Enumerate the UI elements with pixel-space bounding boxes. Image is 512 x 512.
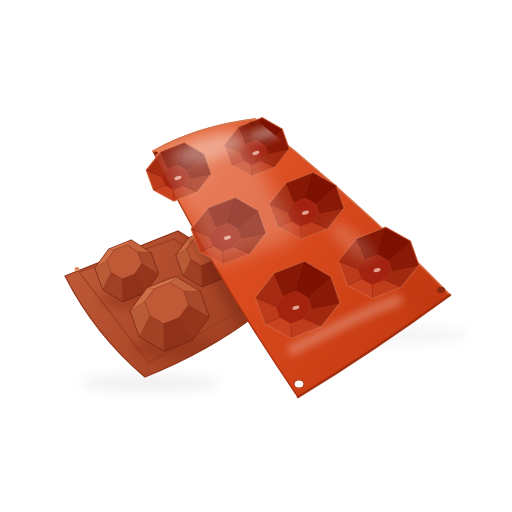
product-photo-figure: Red silicone baking mould with six facet… — [0, 0, 512, 512]
ground-shadow — [80, 374, 220, 392]
product-photo: Red silicone baking mould with six facet… — [0, 0, 512, 512]
hanging-hole-bottom — [294, 380, 304, 388]
hanging-hole-left — [154, 151, 158, 154]
lower-mould-hanging-hole — [74, 267, 79, 271]
hanging-hole-right — [437, 287, 445, 293]
hanging-hole-top — [249, 122, 255, 127]
